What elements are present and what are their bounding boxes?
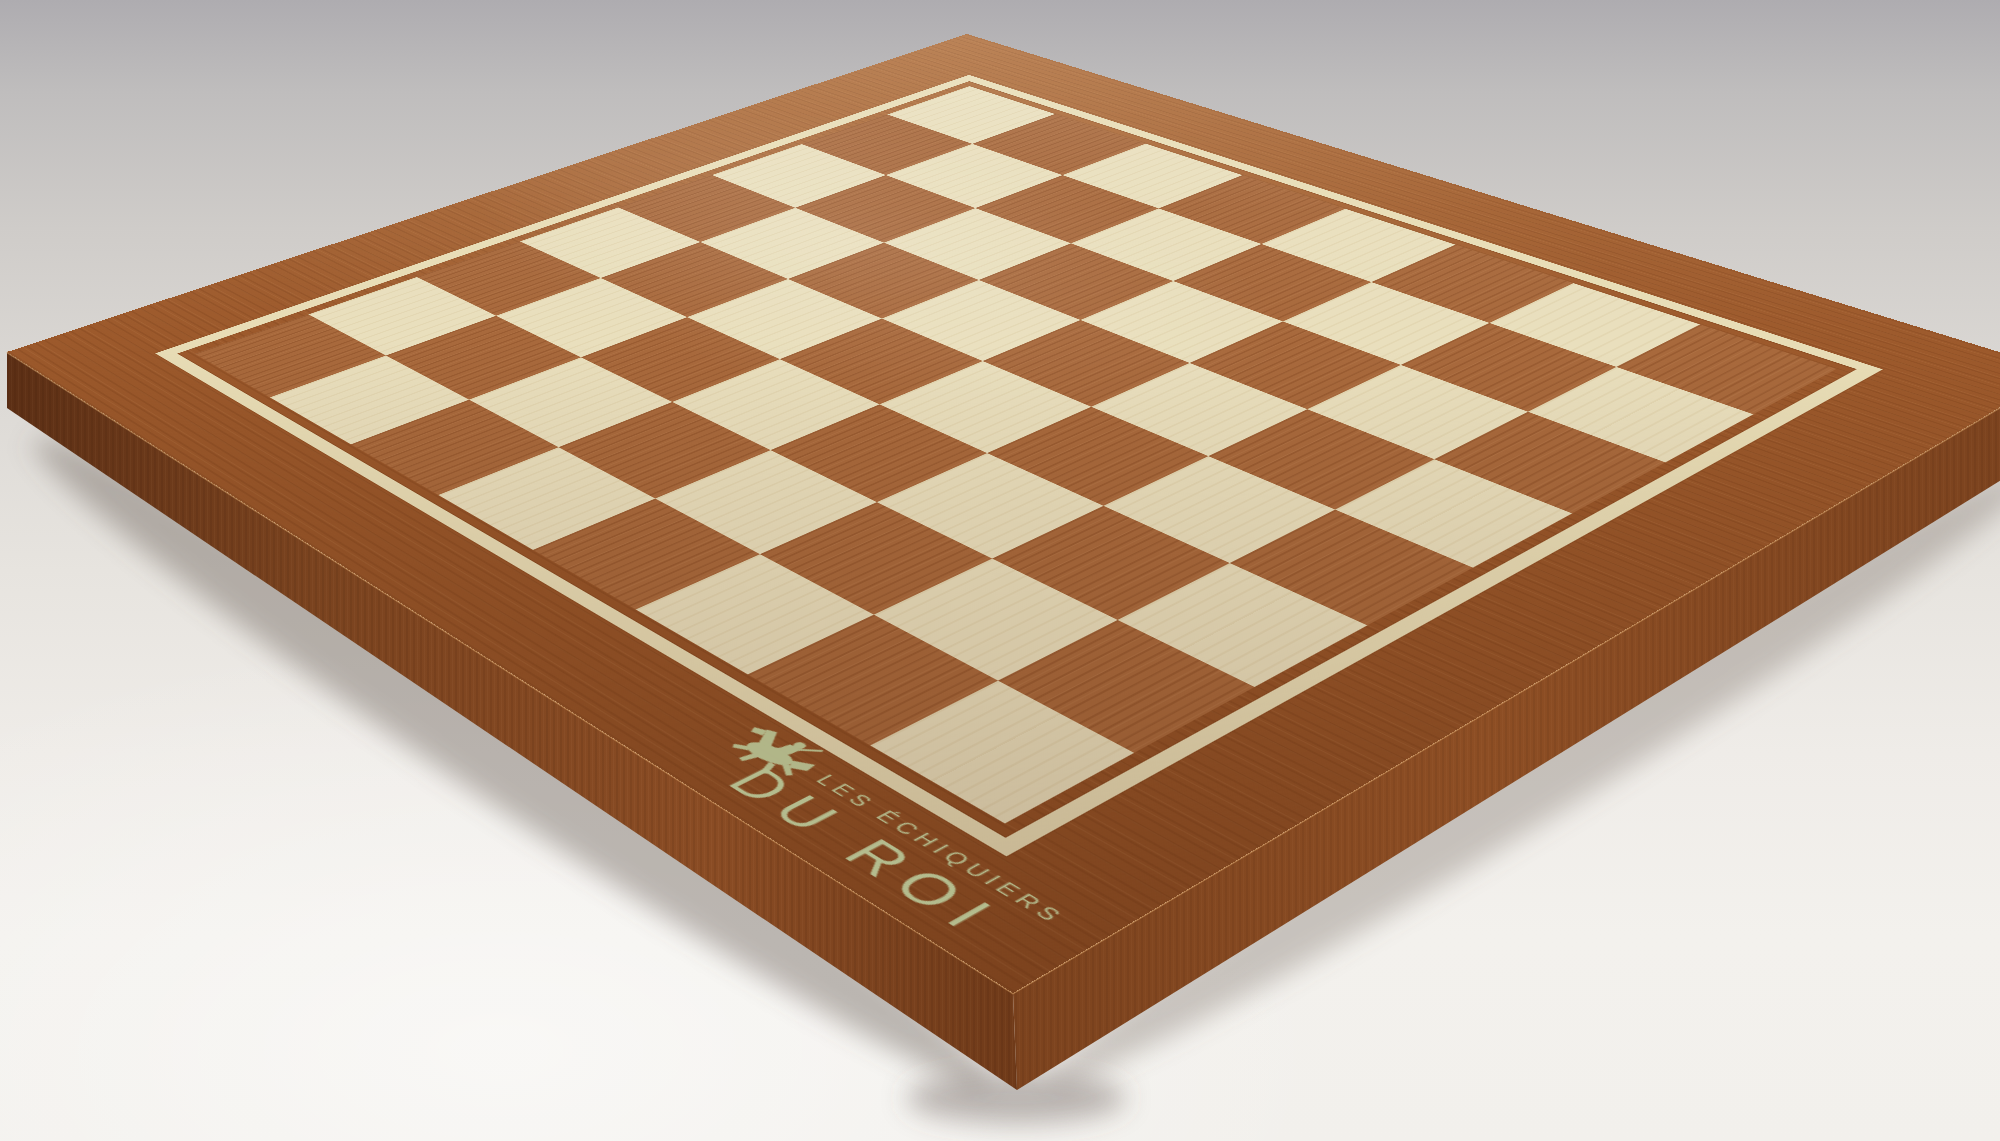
scene: LES ÉCHIQUIERS DU ROI <box>0 0 2000 1141</box>
